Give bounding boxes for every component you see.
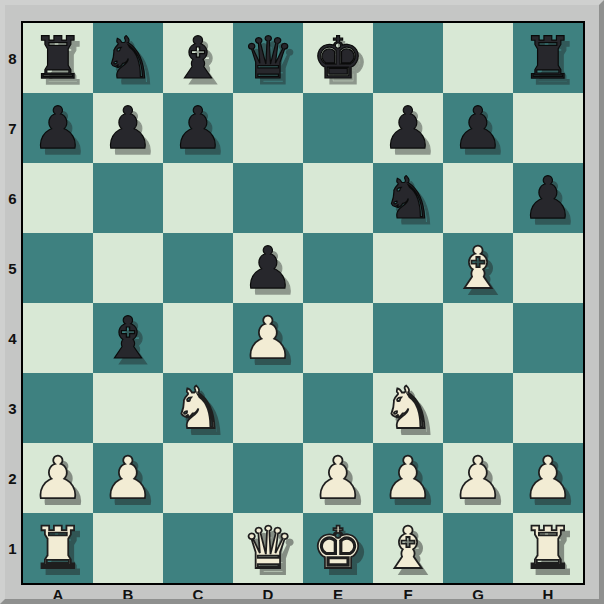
black-pawn[interactable]: ♟: [233, 233, 303, 303]
square-a1[interactable]: ♜: [23, 513, 93, 583]
square-h5[interactable]: [513, 233, 583, 303]
rank-label-1: 1: [5, 513, 20, 583]
square-d7[interactable]: [233, 93, 303, 163]
black-pawn[interactable]: ♟: [513, 163, 583, 233]
square-h3[interactable]: [513, 373, 583, 443]
square-c6[interactable]: [163, 163, 233, 233]
black-pawn[interactable]: ♟: [443, 93, 513, 163]
square-b3[interactable]: [93, 373, 163, 443]
black-pawn[interactable]: ♟: [23, 93, 93, 163]
square-e3[interactable]: [303, 373, 373, 443]
square-b6[interactable]: [93, 163, 163, 233]
square-c5[interactable]: [163, 233, 233, 303]
black-bishop[interactable]: ♝: [93, 303, 163, 373]
square-b8[interactable]: ♞: [93, 23, 163, 93]
square-g8[interactable]: [443, 23, 513, 93]
board-frame: 87654321 ♜♞♝♛♚♜♟♟♟♟♟♞♟♟♝♝♟♞♞♟♟♟♟♟♟♜♛♚♝♜ …: [0, 0, 604, 604]
white-king[interactable]: ♚: [303, 513, 373, 583]
white-rook[interactable]: ♜: [513, 513, 583, 583]
square-d3[interactable]: [233, 373, 303, 443]
black-knight[interactable]: ♞: [93, 23, 163, 93]
file-label-d: D: [233, 586, 303, 602]
square-d4[interactable]: ♟: [233, 303, 303, 373]
square-c8[interactable]: ♝: [163, 23, 233, 93]
square-c7[interactable]: ♟: [163, 93, 233, 163]
square-a3[interactable]: [23, 373, 93, 443]
square-a7[interactable]: ♟: [23, 93, 93, 163]
square-b4[interactable]: ♝: [93, 303, 163, 373]
file-label-h: H: [513, 586, 583, 602]
rank-label-4: 4: [5, 303, 20, 373]
black-pawn[interactable]: ♟: [93, 93, 163, 163]
square-d2[interactable]: [233, 443, 303, 513]
square-a4[interactable]: [23, 303, 93, 373]
file-label-g: G: [443, 586, 513, 602]
square-b7[interactable]: ♟: [93, 93, 163, 163]
rank-label-8: 8: [5, 23, 20, 93]
white-knight[interactable]: ♞: [373, 373, 443, 443]
file-label-b: B: [93, 586, 163, 602]
file-label-f: F: [373, 586, 443, 602]
square-c4[interactable]: [163, 303, 233, 373]
white-bishop[interactable]: ♝: [443, 233, 513, 303]
square-f5[interactable]: [373, 233, 443, 303]
square-h6[interactable]: ♟: [513, 163, 583, 233]
square-h4[interactable]: [513, 303, 583, 373]
white-pawn[interactable]: ♟: [303, 443, 373, 513]
square-g5[interactable]: ♝: [443, 233, 513, 303]
white-pawn[interactable]: ♟: [373, 443, 443, 513]
square-h1[interactable]: ♜: [513, 513, 583, 583]
white-pawn[interactable]: ♟: [93, 443, 163, 513]
black-rook[interactable]: ♜: [23, 23, 93, 93]
white-pawn[interactable]: ♟: [233, 303, 303, 373]
square-f6[interactable]: ♞: [373, 163, 443, 233]
square-f8[interactable]: [373, 23, 443, 93]
square-g3[interactable]: [443, 373, 513, 443]
square-h8[interactable]: ♜: [513, 23, 583, 93]
square-b2[interactable]: ♟: [93, 443, 163, 513]
square-d8[interactable]: ♛: [233, 23, 303, 93]
square-b1[interactable]: [93, 513, 163, 583]
square-h7[interactable]: [513, 93, 583, 163]
square-g1[interactable]: [443, 513, 513, 583]
rank-label-6: 6: [5, 163, 20, 233]
square-a2[interactable]: ♟: [23, 443, 93, 513]
file-label-e: E: [303, 586, 373, 602]
square-e1[interactable]: ♚: [303, 513, 373, 583]
square-e5[interactable]: [303, 233, 373, 303]
square-h2[interactable]: ♟: [513, 443, 583, 513]
square-c3[interactable]: ♞: [163, 373, 233, 443]
file-labels: ABCDEFGH: [23, 586, 583, 602]
white-rook[interactable]: ♜: [23, 513, 93, 583]
square-d5[interactable]: ♟: [233, 233, 303, 303]
square-d6[interactable]: [233, 163, 303, 233]
chess-board[interactable]: ♜♞♝♛♚♜♟♟♟♟♟♞♟♟♝♝♟♞♞♟♟♟♟♟♟♜♛♚♝♜: [21, 21, 585, 585]
square-c2[interactable]: [163, 443, 233, 513]
rank-label-7: 7: [5, 93, 20, 163]
square-c1[interactable]: [163, 513, 233, 583]
black-rook[interactable]: ♜: [513, 23, 583, 93]
rank-label-3: 3: [5, 373, 20, 443]
white-pawn[interactable]: ♟: [443, 443, 513, 513]
square-f4[interactable]: [373, 303, 443, 373]
square-f1[interactable]: ♝: [373, 513, 443, 583]
square-a8[interactable]: ♜: [23, 23, 93, 93]
file-label-c: C: [163, 586, 233, 602]
rank-label-5: 5: [5, 233, 20, 303]
square-d1[interactable]: ♛: [233, 513, 303, 583]
white-queen[interactable]: ♛: [233, 513, 303, 583]
square-e8[interactable]: ♚: [303, 23, 373, 93]
white-pawn[interactable]: ♟: [513, 443, 583, 513]
black-bishop[interactable]: ♝: [163, 23, 233, 93]
square-f2[interactable]: ♟: [373, 443, 443, 513]
black-knight[interactable]: ♞: [373, 163, 443, 233]
black-queen[interactable]: ♛: [233, 23, 303, 93]
rank-label-2: 2: [5, 443, 20, 513]
square-e6[interactable]: [303, 163, 373, 233]
square-a5[interactable]: [23, 233, 93, 303]
square-e2[interactable]: ♟: [303, 443, 373, 513]
black-pawn[interactable]: ♟: [163, 93, 233, 163]
black-king[interactable]: ♚: [303, 23, 373, 93]
file-label-a: A: [23, 586, 93, 602]
black-pawn[interactable]: ♟: [373, 93, 443, 163]
square-f7[interactable]: ♟: [373, 93, 443, 163]
square-g6[interactable]: [443, 163, 513, 233]
square-e7[interactable]: [303, 93, 373, 163]
rank-labels: 87654321: [5, 23, 20, 583]
square-b5[interactable]: [93, 233, 163, 303]
square-a6[interactable]: [23, 163, 93, 233]
square-g2[interactable]: ♟: [443, 443, 513, 513]
square-f3[interactable]: ♞: [373, 373, 443, 443]
square-g4[interactable]: [443, 303, 513, 373]
square-e4[interactable]: [303, 303, 373, 373]
white-bishop[interactable]: ♝: [373, 513, 443, 583]
white-knight[interactable]: ♞: [163, 373, 233, 443]
square-g7[interactable]: ♟: [443, 93, 513, 163]
white-pawn[interactable]: ♟: [23, 443, 93, 513]
